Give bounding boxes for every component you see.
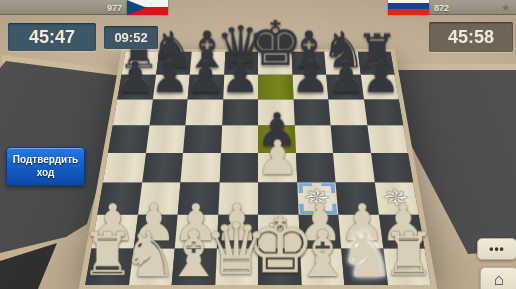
square-d4[interactable] [219, 153, 258, 183]
square-g7[interactable]: ♟ [326, 75, 363, 99]
square-d6[interactable] [222, 99, 258, 125]
board-grid: ♜♞♝♛♚♝♞♜♟♟♟♟♟♟♟♟♟✵✵♟♟♟♟✵♟♟♟♜♞♝♛♚♝♞♜ [85, 52, 431, 285]
square-g4[interactable] [333, 153, 374, 183]
square-c6[interactable] [185, 99, 222, 125]
player-bar-right: 872 ★ [388, 0, 516, 15]
home-icon: ⌂ [494, 270, 504, 289]
confirm-move-label-line2: ход [37, 167, 55, 180]
flag-russia-icon [388, 0, 429, 15]
piece-black-pawn-h7[interactable]: ♟ [362, 58, 401, 99]
timer-left-move: 09:52 [104, 26, 158, 49]
square-f6[interactable] [293, 99, 330, 125]
square-a6[interactable] [113, 99, 153, 125]
player-rating: 872 [434, 3, 449, 13]
square-b7[interactable]: ♟ [152, 75, 189, 99]
square-f5[interactable] [294, 125, 333, 153]
square-g6[interactable] [328, 99, 367, 125]
square-d5[interactable] [221, 125, 259, 153]
square-d7[interactable]: ♟ [223, 75, 258, 99]
piece-white-knight-b1[interactable]: ♞ [122, 224, 179, 284]
player-bar-left: 977 [0, 0, 168, 15]
square-a5[interactable] [108, 125, 149, 153]
player-rating: 977 [107, 3, 122, 13]
piece-black-pawn-b7[interactable]: ♟ [151, 58, 190, 99]
piece-black-pawn-a7[interactable]: ♟ [116, 58, 155, 99]
piece-black-pawn-c7[interactable]: ♟ [186, 58, 225, 99]
square-f4[interactable] [296, 153, 336, 183]
confirm-move-button[interactable]: Подтвердить ход [6, 147, 85, 186]
square-b4[interactable] [142, 153, 183, 183]
square-c7[interactable]: ♟ [188, 75, 224, 99]
square-c4[interactable] [180, 153, 220, 183]
square-c5[interactable] [183, 125, 222, 153]
piece-black-pawn-d7[interactable]: ♟ [221, 58, 260, 99]
home-button[interactable]: ⌂ [480, 267, 516, 289]
chess-board: ♜♞♝♛♚♝♞♜♟♟♟♟♟♟♟♟♟✵✵♟♟♟♟✵♟♟♟♜♞♝♛♚♝♞♜ [85, 52, 431, 285]
square-a4[interactable] [103, 153, 146, 183]
flag-czech-republic-icon [127, 0, 168, 15]
confirm-move-label-line1: Подтвердить [13, 154, 78, 167]
timer-right-main: 45:58 [429, 22, 513, 52]
game-screen: ♜♞♝♛♚♝♞♜♟♟♟♟♟♟♟♟♟✵✵♟♟♟♟✵♟♟♟♜♞♝♛♚♝♞♜ 977 … [0, 0, 516, 289]
square-h4[interactable] [371, 153, 414, 183]
square-h6[interactable] [364, 99, 404, 125]
square-e7[interactable] [258, 75, 293, 99]
square-b1[interactable]: ♞ [128, 248, 174, 285]
square-g1[interactable]: ♞ [341, 248, 387, 285]
square-g5[interactable] [331, 125, 371, 153]
square-f7[interactable]: ♟ [292, 75, 328, 99]
square-h7[interactable]: ♟ [360, 75, 398, 99]
square-e4[interactable]: ♟ [258, 153, 297, 183]
piece-white-pawn-e4[interactable]: ♟ [256, 137, 299, 182]
square-h5[interactable] [367, 125, 408, 153]
square-c1[interactable]: ♝ [172, 248, 217, 285]
timer-left-main: 45:47 [8, 23, 96, 51]
more-options-button[interactable]: ••• [477, 238, 516, 260]
square-b5[interactable] [146, 125, 186, 153]
square-b6[interactable] [149, 99, 188, 125]
star-icon: ★ [501, 2, 510, 13]
piece-black-pawn-g7[interactable]: ♟ [327, 58, 366, 99]
piece-white-knight-g1[interactable]: ♞ [337, 224, 394, 284]
piece-black-pawn-f7[interactable]: ♟ [291, 58, 330, 99]
